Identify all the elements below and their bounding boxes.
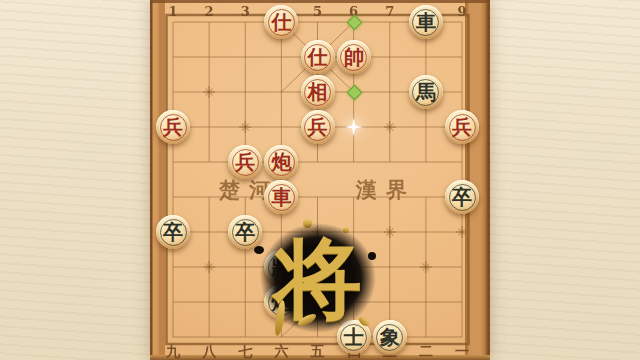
piece-black-elephant[interactable]: 象 [373, 320, 407, 354]
file-label-bottom-1: 九 [162, 343, 184, 360]
sparkle-effect [345, 118, 363, 136]
file-label-bottom-9: 一 [451, 343, 473, 360]
file-label-bottom-8: 二 [415, 343, 437, 360]
file-label-bottom-5: 五 [307, 343, 329, 360]
piece-red-pawn[interactable]: 兵 [445, 110, 479, 144]
file-label-top-2: 2 [198, 4, 220, 19]
piece-black-pawn[interactable]: 卒 [445, 180, 479, 214]
piece-black-pawn[interactable]: 卒 [228, 215, 262, 249]
ink-splatter [254, 246, 264, 254]
file-label-top-3: 3 [234, 4, 256, 19]
file-label-bottom-2: 八 [198, 343, 220, 360]
piece-black-pawn[interactable]: 卒 [156, 215, 190, 249]
piece-red-pawn[interactable]: 兵 [228, 145, 262, 179]
piece-red-pawn[interactable]: 兵 [301, 110, 335, 144]
file-label-top-9: 9 [451, 4, 473, 19]
file-label-top-7: 7 [379, 4, 401, 19]
piece-black-rook[interactable]: 車 [409, 5, 443, 39]
game-screen: 楚河 漢界 123456789九八七六五四三二一仕車仕帥相馬兵兵兵兵炮車卒卒卒將… [0, 0, 640, 360]
piece-red-king[interactable]: 帥 [337, 40, 371, 74]
board-frame-top [150, 0, 490, 3]
file-label-bottom-3: 七 [234, 343, 256, 360]
piece-red-advisor[interactable]: 仕 [301, 40, 335, 74]
file-label-bottom-4: 六 [270, 343, 292, 360]
file-label-top-1: 1 [162, 4, 184, 19]
piece-red-elephant[interactable]: 相 [301, 75, 335, 109]
river-text-right: 漢界 [356, 176, 416, 204]
piece-red-pawn[interactable]: 兵 [156, 110, 190, 144]
file-label-top-5: 5 [307, 4, 329, 19]
piece-black-horse[interactable]: 馬 [409, 75, 443, 109]
check-character: 将 [274, 234, 362, 322]
